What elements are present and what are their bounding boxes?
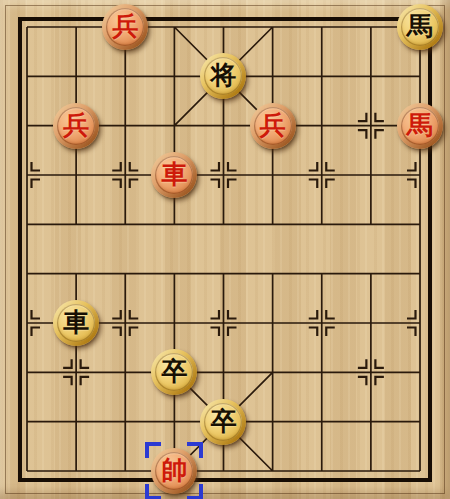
red-chariot[interactable]: 車 <box>151 152 197 198</box>
black-general[interactable]: 将 <box>200 53 246 99</box>
piece-character: 馬 <box>407 13 433 39</box>
piece-character: 兵 <box>260 112 286 138</box>
piece-character: 兵 <box>112 13 138 39</box>
piece-face: 将 <box>204 57 242 95</box>
red-soldier[interactable]: 兵 <box>102 4 148 50</box>
red-soldier[interactable]: 兵 <box>250 103 296 149</box>
piece-character: 卒 <box>210 408 236 434</box>
piece-face: 卒 <box>204 403 242 441</box>
red-horse[interactable]: 馬 <box>397 103 443 149</box>
red-general[interactable]: 帥 <box>151 448 197 494</box>
piece-character: 卒 <box>161 358 187 384</box>
black-chariot[interactable]: 車 <box>53 300 99 346</box>
selection-corner-br <box>187 484 203 499</box>
xiangqi-app: 兵馬将兵兵馬車車卒卒帥 <box>0 0 450 499</box>
piece-character: 馬 <box>407 112 433 138</box>
piece-character: 兵 <box>63 112 89 138</box>
piece-character: 帥 <box>161 457 187 483</box>
piece-character: 将 <box>210 62 236 88</box>
black-soldier[interactable]: 卒 <box>200 399 246 445</box>
piece-face: 兵 <box>254 107 292 145</box>
piece-face: 兵 <box>106 8 144 46</box>
piece-face: 車 <box>155 156 193 194</box>
red-soldier[interactable]: 兵 <box>53 103 99 149</box>
piece-layer: 兵馬将兵兵馬車車卒卒帥 <box>0 0 450 499</box>
black-horse[interactable]: 馬 <box>397 4 443 50</box>
piece-face: 卒 <box>155 353 193 391</box>
piece-face: 馬 <box>401 107 439 145</box>
piece-face: 馬 <box>401 8 439 46</box>
piece-character: 車 <box>63 309 89 335</box>
piece-face: 帥 <box>155 452 193 490</box>
piece-character: 車 <box>161 161 187 187</box>
black-soldier[interactable]: 卒 <box>151 349 197 395</box>
piece-face: 車 <box>57 304 95 342</box>
piece-face: 兵 <box>57 107 95 145</box>
selection-corner-bl <box>145 484 161 499</box>
selection-corner-tr <box>187 442 203 458</box>
selection-corner-tl <box>145 442 161 458</box>
